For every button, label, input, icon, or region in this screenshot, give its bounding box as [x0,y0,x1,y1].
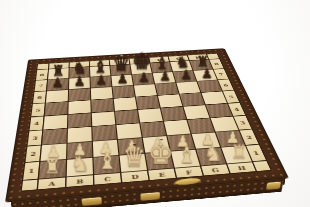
file-label-bottom-b: B [66,175,93,187]
brass-clasp-center [140,192,159,201]
square-f5 [158,94,182,107]
file-label-bottom-h: H [227,162,256,173]
square-e5 [136,96,160,109]
chess-board: ABCDEFGH8♜♞♝♛♚♝♞♜87♟♟♟♟♟♟♟♟7665544332♟♟♟… [6,49,287,202]
square-a6 [46,90,68,103]
square-f6 [155,83,178,95]
square-g4 [183,105,209,119]
brass-clasp-right [266,182,281,190]
square-b6 [69,88,91,101]
square-b5 [68,100,90,114]
board-corner-bottom-left [22,180,38,191]
board-corner-bottom-right [253,161,271,171]
product-photo-scene: ABCDEFGH8♜♞♝♛♚♝♞♜87♟♟♟♟♟♟♟♟7665544332♟♟♟… [0,0,310,207]
square-h6 [197,80,221,92]
file-label-bottom-e: E [148,169,176,181]
square-g6 [176,81,200,93]
file-label-bottom-g: G [201,164,229,175]
piece-black-pawn-a7: ♟ [40,76,76,89]
brass-clasp-left [82,197,102,206]
square-f4 [161,107,186,121]
square-d4 [115,110,139,125]
square-a5 [45,102,68,116]
file-label-bottom-f: F [175,166,203,177]
square-a4 [43,115,67,130]
square-d6 [112,86,134,99]
square-c4 [92,111,116,126]
file-label-bottom-c: C [94,173,121,185]
square-a1: ♜ [39,160,66,179]
square-c6 [91,87,113,100]
rank-label-left-5: 5 [31,103,45,116]
piece-white-rook-a1: ♜ [30,158,75,177]
rank-label-right-5: 5 [223,91,239,103]
square-e4 [138,108,163,122]
board-frame: ABCDEFGH8♜♞♝♛♚♝♞♜87♟♟♟♟♟♟♟♟7665544332♟♟♟… [6,49,287,202]
board-grid: ABCDEFGH8♜♞♝♛♚♝♞♜87♟♟♟♟♟♟♟♟7665544332♟♟♟… [20,53,272,192]
square-e6 [134,84,157,96]
rank-label-left-6: 6 [33,91,46,103]
square-b4 [68,113,91,128]
file-label-bottom-a: A [38,177,65,189]
square-a7: ♟ [47,79,68,91]
rank-label-left-4: 4 [30,116,44,130]
file-label-bottom-d: D [121,171,148,183]
